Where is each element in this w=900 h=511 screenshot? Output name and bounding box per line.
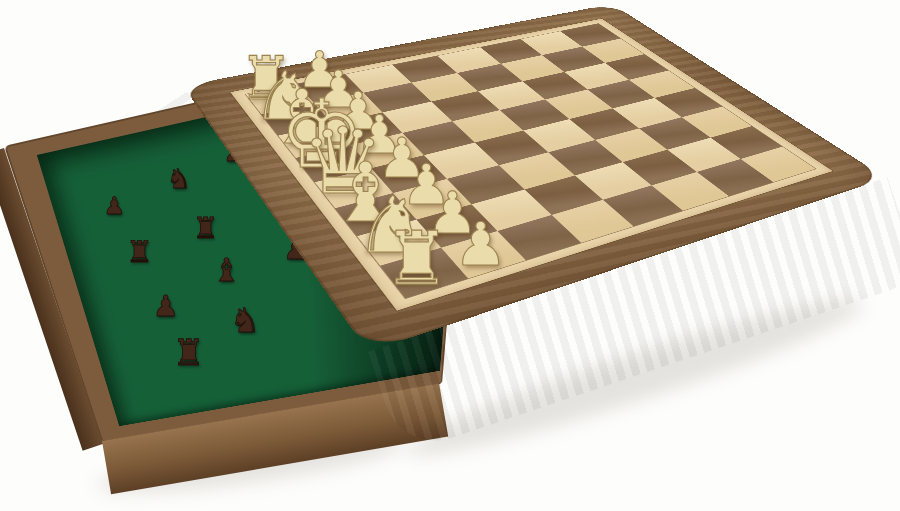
travel-chess-set-photo: ♟♞♟♜♜♜♟♝♜♞♟ ♜♞♝♛♚♝♞♜♟♟♟♟♟♟♟♟ (0, 0, 900, 511)
